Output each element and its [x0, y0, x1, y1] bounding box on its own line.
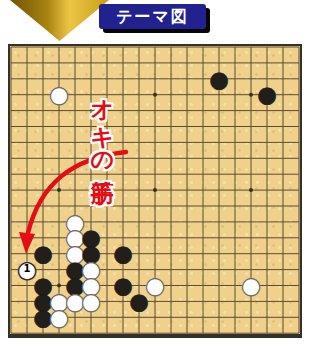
black-stone: ● — [259, 87, 275, 103]
white-stone: ● — [51, 87, 67, 103]
theme-badge: テーマ図 — [99, 4, 206, 29]
black-stone: ● — [115, 246, 131, 262]
white-stone: ● — [51, 309, 67, 325]
white-stone: ● — [243, 277, 259, 293]
white-stone: ● — [83, 293, 99, 309]
stones-layer: ●●●●●●●●●●●1●●●●●●●●●●●●●●● — [3, 39, 307, 341]
black-stone: ● — [131, 293, 147, 309]
gold-ribbon-triangle — [10, 0, 109, 41]
black-stone: ● — [211, 71, 227, 87]
theme-badge-label: テーマ図 — [116, 9, 189, 25]
go-board: ●●●●●●●●●●●1●●●●●●●●●●●●●●● — [8, 44, 302, 338]
black-stone: ● — [35, 246, 51, 262]
technique-label: オキの手筋 — [90, 84, 115, 224]
white-stone: ● — [147, 277, 163, 293]
